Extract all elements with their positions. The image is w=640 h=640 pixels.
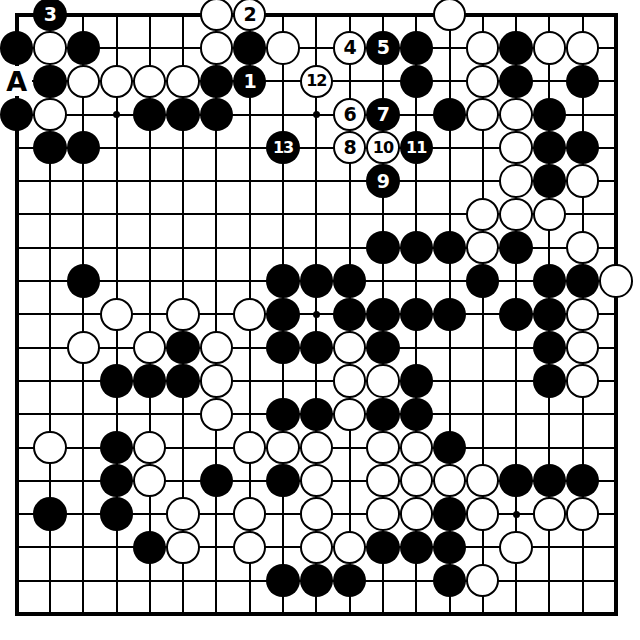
grid-line-v — [249, 164, 251, 197]
point-c1r4 — [0, 98, 33, 131]
black-stone-c12r13 — [366, 398, 399, 431]
point-c14r12 — [433, 364, 466, 397]
grid-line-v — [249, 131, 251, 164]
black-stone-c18r5 — [566, 131, 599, 164]
point-c10r4 — [300, 98, 333, 131]
grid-line-v — [149, 15, 151, 32]
grid-line-v — [515, 331, 517, 364]
point-c14r8 — [433, 231, 466, 264]
point-c16r6 — [499, 164, 532, 197]
white-stone-c15r7 — [466, 198, 499, 231]
point-c9r11 — [266, 331, 299, 364]
white-stone-c12r16 — [366, 497, 399, 530]
point-c2r5 — [33, 131, 66, 164]
black-stone-c13r13 — [400, 398, 433, 431]
point-c7r18 — [200, 564, 233, 597]
point-c18r10 — [566, 298, 599, 331]
grid-line-v — [149, 264, 151, 297]
grid-line-v — [582, 431, 584, 464]
point-c6r5 — [166, 131, 199, 164]
star-point — [513, 511, 520, 518]
point-c14r7 — [433, 198, 466, 231]
grid-line-v — [482, 298, 484, 331]
grid-line-v — [149, 31, 151, 64]
point-c5r3 — [133, 65, 166, 98]
point-c15r9 — [466, 264, 499, 297]
go-diagram-page: 3245A1126713810119 — [0, 0, 640, 640]
point-c10r16 — [300, 497, 333, 530]
white-stone-c10r14 — [300, 431, 333, 464]
point-c15r4 — [466, 98, 499, 131]
grid-line-v — [615, 331, 617, 364]
black-stone-c9r5: 13 — [266, 131, 299, 164]
point-c16r12 — [499, 364, 532, 397]
grid-line-h — [599, 613, 616, 615]
grid-line-h — [17, 413, 34, 415]
point-c6r10 — [166, 298, 199, 331]
grid-line-v — [82, 398, 84, 431]
point-c7r15 — [200, 464, 233, 497]
grid-line-h — [17, 213, 34, 215]
grid-line-v — [482, 364, 484, 397]
grid-line-v — [415, 98, 417, 131]
grid-line-v — [548, 431, 550, 464]
grid-line-v — [449, 364, 451, 397]
grid-line-v — [349, 65, 351, 98]
grid-line-v — [315, 31, 317, 64]
white-stone-c5r11 — [133, 331, 166, 364]
grid-line-v — [449, 264, 451, 297]
point-c11r7 — [333, 198, 366, 231]
point-c13r17 — [400, 531, 433, 564]
grid-line-v — [149, 564, 151, 597]
white-stone-c15r15 — [466, 464, 499, 497]
point-c17r12 — [533, 364, 566, 397]
point-c14r4 — [433, 98, 466, 131]
point-c17r18 — [533, 564, 566, 597]
grid-line-v — [548, 531, 550, 564]
point-c1r16 — [0, 497, 33, 530]
point-c8r3: 1 — [233, 65, 266, 98]
point-c13r9 — [400, 264, 433, 297]
point-c6r9 — [166, 264, 199, 297]
point-c12r7 — [366, 198, 399, 231]
point-c5r2 — [133, 31, 166, 64]
point-c16r18 — [499, 564, 532, 597]
grid-line-v — [482, 15, 484, 32]
grid-line-v — [16, 597, 18, 614]
point-c6r17 — [166, 531, 199, 564]
grid-line-v — [149, 597, 151, 614]
black-stone-c17r10 — [533, 298, 566, 331]
point-c8r10 — [233, 298, 266, 331]
black-stone-c10r9 — [300, 264, 333, 297]
white-stone-c7r12 — [200, 364, 233, 397]
point-c10r14 — [300, 431, 333, 464]
point-c13r1 — [400, 0, 433, 31]
point-c8r13 — [233, 398, 266, 431]
point-c8r16 — [233, 497, 266, 530]
point-c19r7 — [599, 198, 632, 231]
white-stone-c18r12 — [566, 364, 599, 397]
black-stone-c18r9 — [566, 264, 599, 297]
grid-line-h — [17, 313, 34, 315]
grid-line-v — [548, 398, 550, 431]
white-stone-c14r15 — [433, 464, 466, 497]
point-c12r16 — [366, 497, 399, 530]
grid-line-v — [49, 564, 51, 597]
point-c4r16 — [100, 497, 133, 530]
point-c2r11 — [33, 331, 66, 364]
point-c7r1 — [200, 0, 233, 31]
point-c4r11 — [100, 331, 133, 364]
point-c12r13 — [366, 398, 399, 431]
grid-line-v — [382, 198, 384, 231]
black-stone-c10r18 — [300, 564, 333, 597]
point-c14r5 — [433, 131, 466, 164]
grid-line-v — [615, 198, 617, 231]
white-stone-c6r17 — [166, 531, 199, 564]
grid-line-v — [349, 164, 351, 197]
point-c3r6 — [67, 164, 100, 197]
point-c6r8 — [166, 231, 199, 264]
grid-line-v — [515, 264, 517, 297]
grid-line-v — [615, 364, 617, 397]
point-c9r12 — [266, 364, 299, 397]
point-c4r4 — [100, 98, 133, 131]
white-stone-c18r8 — [566, 231, 599, 264]
point-c8r18 — [233, 564, 266, 597]
grid-line-v — [16, 131, 18, 164]
grid-line-v — [49, 264, 51, 297]
grid-line-v — [182, 15, 184, 32]
grid-line-v — [116, 564, 118, 597]
black-stone-c17r12 — [533, 364, 566, 397]
point-c19r19 — [599, 597, 632, 630]
point-c3r17 — [67, 531, 100, 564]
black-stone-c14r10 — [433, 298, 466, 331]
black-stone-c16r15 — [499, 464, 532, 497]
point-c12r6: 9 — [366, 164, 399, 197]
grid-line-v — [82, 231, 84, 264]
point-c12r4: 7 — [366, 98, 399, 131]
point-c5r16 — [133, 497, 166, 530]
point-c5r10 — [133, 298, 166, 331]
point-c15r16 — [466, 497, 499, 530]
white-stone-c10r16 — [300, 497, 333, 530]
point-c7r4 — [200, 98, 233, 131]
point-c14r3 — [433, 65, 466, 98]
black-stone-c2r1: 3 — [33, 0, 66, 31]
star-point — [313, 111, 320, 118]
grid-line-v — [182, 131, 184, 164]
point-c16r17 — [499, 531, 532, 564]
point-c8r6 — [233, 164, 266, 197]
point-c15r15 — [466, 464, 499, 497]
grid-line-v — [548, 65, 550, 98]
grid-line-v — [415, 164, 417, 197]
white-stone-c13r16 — [400, 497, 433, 530]
grid-line-v — [249, 198, 251, 231]
star-point — [313, 311, 320, 318]
point-c8r15 — [233, 464, 266, 497]
black-stone-c13r10 — [400, 298, 433, 331]
point-c13r19 — [400, 597, 433, 630]
grid-line-h — [599, 546, 616, 548]
point-c14r6 — [433, 164, 466, 197]
black-stone-c14r4 — [433, 98, 466, 131]
point-c12r18 — [366, 564, 399, 597]
point-c10r3: 12 — [300, 65, 333, 98]
grid-line-v — [182, 231, 184, 264]
point-c3r9 — [67, 264, 100, 297]
grid-line-v — [349, 464, 351, 497]
point-c19r13 — [599, 398, 632, 431]
point-c19r14 — [599, 431, 632, 464]
black-stone-c8r3: 1 — [233, 65, 266, 98]
point-c11r3 — [333, 65, 366, 98]
move-label-3: 3 — [44, 5, 56, 24]
grid-line-v — [615, 15, 617, 32]
white-stone-c11r2: 4 — [333, 31, 366, 64]
point-c13r11 — [400, 331, 433, 364]
point-c10r2 — [300, 31, 333, 64]
black-stone-c7r3 — [200, 65, 233, 98]
point-c9r2 — [266, 31, 299, 64]
white-stone-c8r10 — [233, 298, 266, 331]
point-c13r7 — [400, 198, 433, 231]
point-c7r19 — [200, 597, 233, 630]
grid-line-v — [16, 464, 18, 497]
point-c10r19 — [300, 597, 333, 630]
point-c14r16 — [433, 497, 466, 530]
grid-line-v — [449, 398, 451, 431]
white-stone-c6r16 — [166, 497, 199, 530]
point-c14r1 — [433, 0, 466, 31]
white-stone-c11r11 — [333, 331, 366, 364]
point-c3r10 — [67, 298, 100, 331]
white-stone-c17r2 — [533, 31, 566, 64]
point-c2r6 — [33, 164, 66, 197]
grid-line-v — [482, 531, 484, 564]
point-c2r9 — [33, 264, 66, 297]
point-c11r14 — [333, 431, 366, 464]
grid-line-v — [349, 198, 351, 231]
grid-line-v — [315, 164, 317, 197]
point-c8r19 — [233, 597, 266, 630]
black-stone-c8r2 — [233, 31, 266, 64]
point-c12r12 — [366, 364, 399, 397]
point-c4r19 — [100, 597, 133, 630]
black-stone-c4r15 — [100, 464, 133, 497]
grid-line-v — [349, 497, 351, 530]
grid-line-v — [615, 398, 617, 431]
point-c17r14 — [533, 431, 566, 464]
black-stone-c14r16 — [433, 497, 466, 530]
black-stone-c9r13 — [266, 398, 299, 431]
grid-line-h — [17, 546, 34, 548]
grid-line-v — [82, 564, 84, 597]
grid-line-h — [17, 180, 34, 182]
point-c2r14 — [33, 431, 66, 464]
grid-line-v — [249, 464, 251, 497]
black-stone-c13r5: 11 — [400, 131, 433, 164]
move-label-13: 13 — [273, 140, 293, 156]
point-c11r4: 6 — [333, 98, 366, 131]
point-c17r16 — [533, 497, 566, 530]
grid-line-v — [615, 65, 617, 98]
black-stone-c16r2 — [499, 31, 532, 64]
point-c4r14 — [100, 431, 133, 464]
point-c17r13 — [533, 398, 566, 431]
black-stone-c11r9 — [333, 264, 366, 297]
point-c19r11 — [599, 331, 632, 364]
point-c9r3 — [266, 65, 299, 98]
point-c10r18 — [300, 564, 333, 597]
grid-line-h — [599, 80, 616, 82]
point-c8r5 — [233, 131, 266, 164]
point-c9r7 — [266, 198, 299, 231]
point-c17r6 — [533, 164, 566, 197]
point-c6r6 — [166, 164, 199, 197]
grid-line-v — [82, 15, 84, 32]
grid-line-v — [215, 231, 217, 264]
point-c18r6 — [566, 164, 599, 197]
grid-line-v — [515, 564, 517, 597]
point-c16r9 — [499, 264, 532, 297]
white-stone-c10r17 — [300, 531, 333, 564]
grid-line-h — [17, 380, 34, 382]
black-stone-c11r18 — [333, 564, 366, 597]
white-stone-c8r16 — [233, 497, 266, 530]
point-c8r9 — [233, 264, 266, 297]
grid-line-v — [249, 597, 251, 614]
white-stone-c12r15 — [366, 464, 399, 497]
white-stone-c7r1 — [200, 0, 233, 31]
point-c1r2 — [0, 31, 33, 64]
point-c19r1 — [599, 0, 632, 31]
point-c16r4 — [499, 98, 532, 131]
grid-line-h — [17, 247, 34, 249]
point-c15r17 — [466, 531, 499, 564]
grid-line-v — [82, 431, 84, 464]
move-label-1: 1 — [244, 72, 256, 91]
grid-line-v — [415, 331, 417, 364]
grid-line-v — [349, 231, 351, 264]
grid-line-v — [49, 364, 51, 397]
grid-line-v — [449, 198, 451, 231]
white-stone-c16r17 — [499, 531, 532, 564]
grid-line-v — [582, 531, 584, 564]
point-c12r19 — [366, 597, 399, 630]
point-c12r5: 10 — [366, 131, 399, 164]
white-stone-c2r14 — [33, 431, 66, 464]
grid-line-v — [16, 431, 18, 464]
point-c6r4 — [166, 98, 199, 131]
grid-line-v — [249, 264, 251, 297]
point-c9r18 — [266, 564, 299, 597]
point-c15r10 — [466, 298, 499, 331]
point-c9r6 — [266, 164, 299, 197]
grid-line-v — [315, 597, 317, 614]
point-c18r7 — [566, 198, 599, 231]
point-c7r6 — [200, 164, 233, 197]
point-c7r7 — [200, 198, 233, 231]
annotation-letter-A: A — [2, 66, 32, 96]
point-c11r15 — [333, 464, 366, 497]
point-c14r10 — [433, 298, 466, 331]
point-c13r14 — [400, 431, 433, 464]
point-c5r5 — [133, 131, 166, 164]
grid-line-v — [382, 65, 384, 98]
grid-line-v — [615, 31, 617, 64]
point-c4r10 — [100, 298, 133, 331]
point-c11r16 — [333, 497, 366, 530]
point-c3r7 — [67, 198, 100, 231]
point-c18r2 — [566, 31, 599, 64]
grid-line-v — [16, 398, 18, 431]
point-c18r11 — [566, 331, 599, 364]
grid-line-v — [282, 531, 284, 564]
white-stone-c4r3 — [100, 65, 133, 98]
point-c17r2 — [533, 31, 566, 64]
point-c17r7 — [533, 198, 566, 231]
grid-line-v — [49, 464, 51, 497]
grid-line-v — [449, 131, 451, 164]
point-c17r4 — [533, 98, 566, 131]
point-c4r6 — [100, 164, 133, 197]
black-stone-c9r15 — [266, 464, 299, 497]
grid-line-v — [449, 164, 451, 197]
grid-line-v — [282, 364, 284, 397]
point-c2r10 — [33, 298, 66, 331]
white-stone-c16r7 — [499, 198, 532, 231]
point-c9r4 — [266, 98, 299, 131]
grid-line-v — [615, 464, 617, 497]
grid-line-v — [82, 364, 84, 397]
grid-line-v — [582, 597, 584, 614]
point-c4r1 — [100, 0, 133, 31]
white-stone-c14r1 — [433, 0, 466, 31]
grid-line-v — [215, 198, 217, 231]
point-c11r19 — [333, 597, 366, 630]
grid-line-v — [116, 15, 118, 32]
move-label-12: 12 — [306, 73, 326, 89]
grid-line-v — [215, 597, 217, 614]
point-c2r8 — [33, 231, 66, 264]
point-c15r18 — [466, 564, 499, 597]
point-c8r1: 2 — [233, 0, 266, 31]
point-c9r19 — [266, 597, 299, 630]
grid-line-v — [282, 597, 284, 614]
black-stone-c14r17 — [433, 531, 466, 564]
point-c12r9 — [366, 264, 399, 297]
point-c19r5 — [599, 131, 632, 164]
point-c3r13 — [67, 398, 100, 431]
grid-line-v — [215, 531, 217, 564]
grid-line-v — [49, 231, 51, 264]
point-c4r18 — [100, 564, 133, 597]
grid-line-v — [82, 597, 84, 614]
point-c2r16 — [33, 497, 66, 530]
black-stone-c17r5 — [533, 131, 566, 164]
point-c7r9 — [200, 264, 233, 297]
grid-line-v — [615, 497, 617, 530]
black-stone-c16r10 — [499, 298, 532, 331]
point-c15r19 — [466, 597, 499, 630]
white-stone-c18r2 — [566, 31, 599, 64]
point-c6r3 — [166, 65, 199, 98]
